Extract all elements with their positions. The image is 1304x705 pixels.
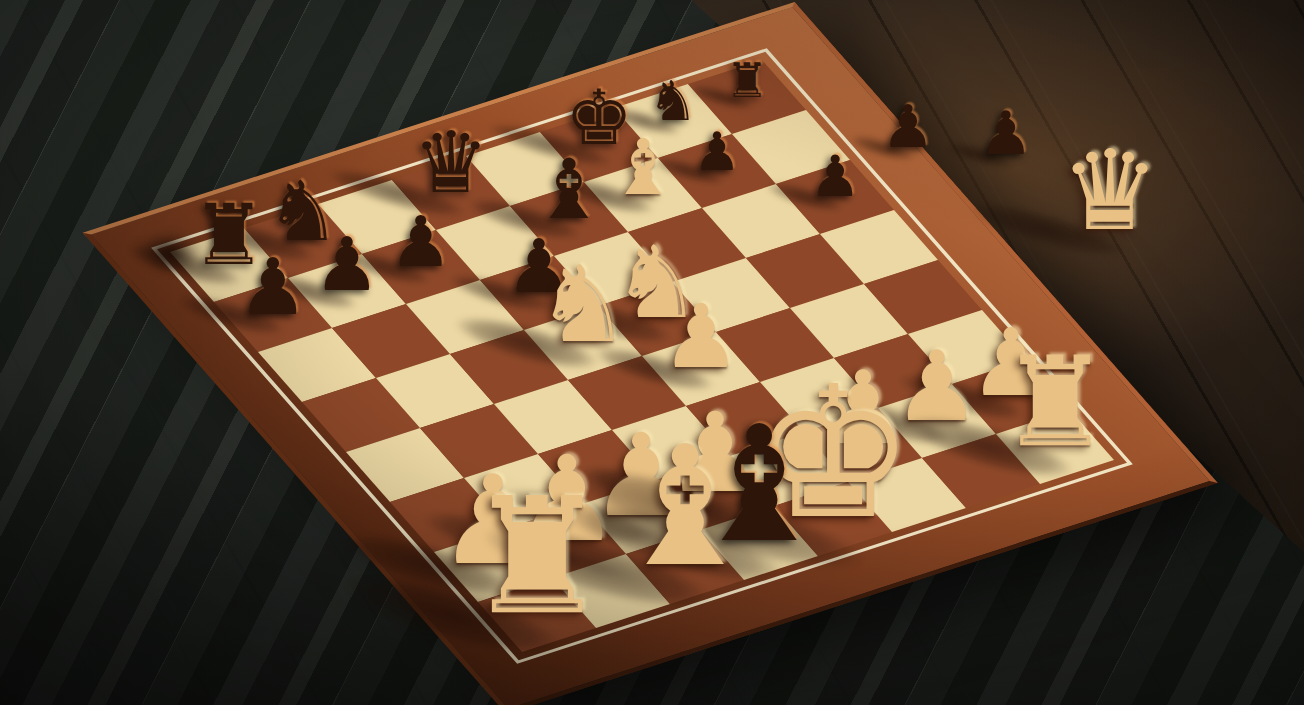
captured-black-pawn-1[interactable]: ♟ [979,103,1033,163]
piece-black-rook-h8[interactable]: ♜ [725,56,768,104]
piece-black-queen-d8[interactable]: ♛ [413,120,489,205]
piece-black-pawn-b7[interactable]: ♟ [314,227,380,301]
captured-black-pawn-0[interactable]: ♟ [882,97,935,156]
piece-white-rook-a1[interactable]: ♜ [465,477,608,637]
piece-white-bishop-c1[interactable]: ♝ [611,424,760,590]
piece-black-pawn-g7[interactable]: ♟ [693,125,741,178]
chess-scene: ♜♞♛♚♞♜♟♟♟♝♝♟♟♟♞♞♟♟♟♟♟♟♟♟♜♝♝♚♜♟♟♛ [0,0,1304,705]
piece-white-knight-d5[interactable]: ♞ [535,252,630,358]
piece-black-pawn-a7[interactable]: ♟ [238,248,308,326]
piece-black-pawn-c7[interactable]: ♟ [390,207,453,277]
piece-black-knight-g8[interactable]: ♞ [648,74,697,129]
piece-black-bishop-e7[interactable]: ♝ [532,148,606,231]
piece-white-rook-h1[interactable]: ♜ [999,340,1110,464]
piece-white-bishop-f7[interactable]: ♝ [608,129,677,206]
piece-black-pawn-h6[interactable]: ♟ [809,148,860,205]
captured-white-queen-2[interactable]: ♛ [1060,135,1160,246]
piece-white-pawn-e4[interactable]: ♟ [662,293,741,381]
